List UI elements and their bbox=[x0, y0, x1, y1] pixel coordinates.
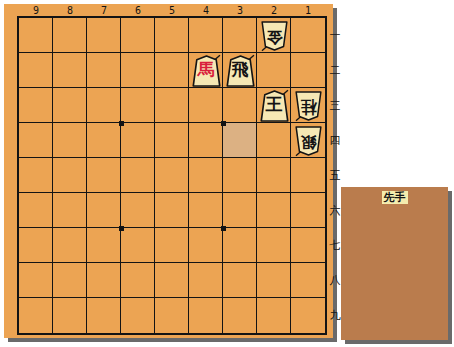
board-square-7-9[interactable] bbox=[87, 298, 121, 333]
board-square-6-3[interactable] bbox=[121, 88, 155, 123]
board-square-5-6[interactable] bbox=[155, 193, 189, 228]
board-square-1-5[interactable] bbox=[291, 158, 325, 193]
board-square-2-8[interactable] bbox=[257, 263, 291, 298]
board-square-3-6[interactable] bbox=[223, 193, 257, 228]
board-square-7-4[interactable] bbox=[87, 123, 121, 158]
shogi-board-grid bbox=[17, 16, 327, 335]
board-square-9-3[interactable] bbox=[19, 88, 53, 123]
board-square-8-9[interactable] bbox=[53, 298, 87, 333]
board-square-8-2[interactable] bbox=[53, 53, 87, 88]
board-square-3-5[interactable] bbox=[223, 158, 257, 193]
piece-gote-gold-2-1[interactable]: 金 bbox=[261, 21, 288, 51]
board-square-4-4[interactable] bbox=[189, 123, 223, 158]
board-square-1-7[interactable] bbox=[291, 228, 325, 263]
rank-label-8: 八 bbox=[329, 263, 341, 298]
board-square-2-7[interactable] bbox=[257, 228, 291, 263]
board-square-6-7[interactable] bbox=[121, 228, 155, 263]
piece-sente-king-2-3[interactable]: 王 bbox=[260, 90, 289, 122]
board-square-6-9[interactable] bbox=[121, 298, 155, 333]
board-square-1-6[interactable] bbox=[291, 193, 325, 228]
board-square-2-2[interactable] bbox=[257, 53, 291, 88]
piece-sente-rook-3-2[interactable]: 飛 bbox=[226, 55, 255, 87]
board-square-2-6[interactable] bbox=[257, 193, 291, 228]
board-square-9-8[interactable] bbox=[19, 263, 53, 298]
rank-label-2: 二 bbox=[329, 53, 341, 88]
koma-glyph-knight: 桂 bbox=[295, 99, 322, 115]
rank-label-5: 五 bbox=[329, 158, 341, 193]
board-square-4-1[interactable] bbox=[189, 18, 223, 53]
piece-gote-silver-1-4[interactable]: 銀 bbox=[295, 126, 322, 156]
board-square-5-1[interactable] bbox=[155, 18, 189, 53]
koma-glyph-promoted-bishop: 馬 bbox=[192, 61, 221, 78]
rank-label-9: 九 bbox=[329, 298, 341, 333]
board-square-8-1[interactable] bbox=[53, 18, 87, 53]
board-square-8-4[interactable] bbox=[53, 123, 87, 158]
board-square-4-3[interactable] bbox=[189, 88, 223, 123]
shogi-board-panel: 987654321 一二三四五六七八九 金馬飛王桂銀 bbox=[4, 4, 333, 338]
sente-hand-label: 先手 bbox=[382, 191, 408, 204]
rank-label-4: 四 bbox=[329, 123, 341, 158]
star-point bbox=[221, 226, 226, 231]
board-square-6-4[interactable] bbox=[121, 123, 155, 158]
piece-sente-promoted-bishop-4-2[interactable]: 馬 bbox=[192, 55, 221, 87]
rank-label-3: 三 bbox=[329, 88, 341, 123]
board-square-3-7[interactable] bbox=[223, 228, 257, 263]
board-square-4-7[interactable] bbox=[189, 228, 223, 263]
board-square-2-5[interactable] bbox=[257, 158, 291, 193]
board-square-1-9[interactable] bbox=[291, 298, 325, 333]
board-square-7-8[interactable] bbox=[87, 263, 121, 298]
board-square-7-5[interactable] bbox=[87, 158, 121, 193]
board-square-6-8[interactable] bbox=[121, 263, 155, 298]
rank-label-6: 六 bbox=[329, 193, 341, 228]
board-square-3-8[interactable] bbox=[223, 263, 257, 298]
board-square-3-9[interactable] bbox=[223, 298, 257, 333]
piece-gote-knight-1-3[interactable]: 桂 bbox=[295, 91, 322, 121]
board-square-6-1[interactable] bbox=[121, 18, 155, 53]
board-square-7-6[interactable] bbox=[87, 193, 121, 228]
board-square-5-2[interactable] bbox=[155, 53, 189, 88]
board-square-9-1[interactable] bbox=[19, 18, 53, 53]
board-square-4-9[interactable] bbox=[189, 298, 223, 333]
board-square-9-2[interactable] bbox=[19, 53, 53, 88]
board-square-9-5[interactable] bbox=[19, 158, 53, 193]
board-square-3-4[interactable] bbox=[223, 123, 257, 158]
board-square-7-2[interactable] bbox=[87, 53, 121, 88]
koma-glyph-gold: 金 bbox=[261, 29, 288, 45]
board-square-6-5[interactable] bbox=[121, 158, 155, 193]
board-square-5-3[interactable] bbox=[155, 88, 189, 123]
board-square-3-1[interactable] bbox=[223, 18, 257, 53]
board-square-7-3[interactable] bbox=[87, 88, 121, 123]
board-square-9-9[interactable] bbox=[19, 298, 53, 333]
board-square-7-1[interactable] bbox=[87, 18, 121, 53]
board-square-5-5[interactable] bbox=[155, 158, 189, 193]
board-square-4-6[interactable] bbox=[189, 193, 223, 228]
board-square-1-2[interactable] bbox=[291, 53, 325, 88]
board-square-3-3[interactable] bbox=[223, 88, 257, 123]
board-square-4-8[interactable] bbox=[189, 263, 223, 298]
star-point bbox=[119, 226, 124, 231]
koma-glyph-king: 王 bbox=[260, 96, 289, 113]
board-square-5-9[interactable] bbox=[155, 298, 189, 333]
board-square-2-9[interactable] bbox=[257, 298, 291, 333]
board-square-9-7[interactable] bbox=[19, 228, 53, 263]
board-square-8-5[interactable] bbox=[53, 158, 87, 193]
board-square-8-3[interactable] bbox=[53, 88, 87, 123]
koma-glyph-rook: 飛 bbox=[226, 61, 255, 78]
board-square-5-7[interactable] bbox=[155, 228, 189, 263]
rank-label-7: 七 bbox=[329, 228, 341, 263]
board-square-9-4[interactable] bbox=[19, 123, 53, 158]
board-square-8-8[interactable] bbox=[53, 263, 87, 298]
board-square-7-7[interactable] bbox=[87, 228, 121, 263]
board-square-6-2[interactable] bbox=[121, 53, 155, 88]
star-point bbox=[119, 121, 124, 126]
board-square-2-4[interactable] bbox=[257, 123, 291, 158]
board-square-8-6[interactable] bbox=[53, 193, 87, 228]
sente-hand-panel: 先手 bbox=[341, 187, 448, 340]
board-square-1-1[interactable] bbox=[291, 18, 325, 53]
board-square-5-8[interactable] bbox=[155, 263, 189, 298]
board-square-4-5[interactable] bbox=[189, 158, 223, 193]
board-square-6-6[interactable] bbox=[121, 193, 155, 228]
board-square-8-7[interactable] bbox=[53, 228, 87, 263]
star-point bbox=[221, 121, 226, 126]
board-square-5-4[interactable] bbox=[155, 123, 189, 158]
board-square-1-8[interactable] bbox=[291, 263, 325, 298]
rank-label-1: 一 bbox=[329, 18, 341, 53]
board-square-9-6[interactable] bbox=[19, 193, 53, 228]
koma-glyph-silver: 銀 bbox=[295, 134, 322, 150]
